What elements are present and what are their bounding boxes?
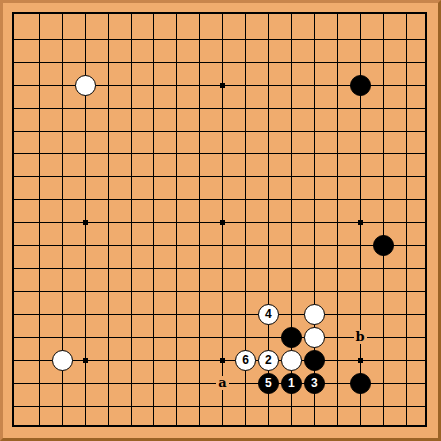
star-point [83,220,88,225]
white-stone [304,327,325,348]
white-stone [75,75,96,96]
star-point [358,358,363,363]
black-stone-move-1: 1 [281,373,302,394]
point-label-a: a [216,376,228,390]
black-stone [281,327,302,348]
star-point [220,358,225,363]
go-board: ab462513 [0,0,441,441]
white-stone [52,350,73,371]
star-point [83,358,88,363]
black-stone [304,350,325,371]
board-grid: ab462513 [5,5,441,441]
black-stone [350,373,371,394]
star-point [220,83,225,88]
white-stone [281,350,302,371]
black-stone-move-5: 5 [258,373,279,394]
black-stone [350,75,371,96]
star-point [220,220,225,225]
point-label-b: b [354,330,367,344]
white-stone [304,304,325,325]
black-stone-move-3: 3 [304,373,325,394]
white-stone-move-2: 2 [258,350,279,371]
star-point [358,220,363,225]
white-stone-move-4: 4 [258,304,279,325]
white-stone-move-6: 6 [235,350,256,371]
black-stone [373,235,394,256]
